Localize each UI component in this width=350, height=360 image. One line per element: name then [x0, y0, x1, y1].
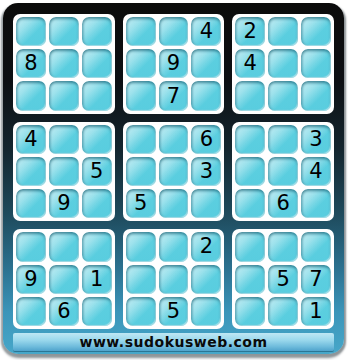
sudoku-cell[interactable]: [126, 17, 156, 46]
sudoku-cell[interactable]: [126, 232, 156, 261]
sudoku-cell[interactable]: [82, 232, 112, 261]
sudoku-cell[interactable]: [126, 297, 156, 326]
sudoku-cell[interactable]: 4: [16, 125, 46, 154]
sudoku-board: 84972445963534691625571 www.sudokusweb.c…: [3, 3, 344, 354]
sudoku-cell[interactable]: [191, 265, 221, 294]
sudoku-cell[interactable]: [16, 297, 46, 326]
sudoku-cell[interactable]: 5: [126, 189, 156, 218]
sudoku-cell[interactable]: 6: [191, 125, 221, 154]
sudoku-cell[interactable]: 6: [268, 189, 298, 218]
sudoku-cell[interactable]: [191, 81, 221, 110]
sudoku-box: 346: [232, 122, 334, 222]
sudoku-cell[interactable]: [16, 81, 46, 110]
sudoku-cell[interactable]: 3: [191, 157, 221, 186]
sudoku-cell[interactable]: [126, 81, 156, 110]
sudoku-cell[interactable]: [191, 49, 221, 78]
sudoku-cell[interactable]: 1: [301, 297, 331, 326]
sudoku-cell[interactable]: 5: [268, 265, 298, 294]
sudoku-cell[interactable]: [268, 49, 298, 78]
sudoku-cell[interactable]: [49, 49, 79, 78]
sudoku-cell[interactable]: [159, 157, 189, 186]
sudoku-cell[interactable]: [301, 49, 331, 78]
sudoku-cell[interactable]: [159, 125, 189, 154]
sudoku-cell[interactable]: [191, 189, 221, 218]
sudoku-cell[interactable]: [235, 81, 265, 110]
sudoku-cell[interactable]: [235, 232, 265, 261]
sudoku-cell[interactable]: 2: [191, 232, 221, 261]
sudoku-cell[interactable]: [49, 232, 79, 261]
sudoku-cell[interactable]: [301, 189, 331, 218]
sudoku-cell[interactable]: [235, 297, 265, 326]
sudoku-cell[interactable]: [159, 17, 189, 46]
sudoku-box: 459: [13, 122, 115, 222]
sudoku-cell[interactable]: 9: [159, 49, 189, 78]
sudoku-cell[interactable]: [49, 125, 79, 154]
sudoku-cell[interactable]: [191, 297, 221, 326]
sudoku-cell[interactable]: [268, 297, 298, 326]
sudoku-cell[interactable]: [82, 297, 112, 326]
sudoku-cell[interactable]: [159, 189, 189, 218]
sudoku-cell[interactable]: 7: [301, 265, 331, 294]
sudoku-box: 916: [13, 229, 115, 329]
sudoku-cell[interactable]: [268, 81, 298, 110]
sudoku-box: 571: [232, 229, 334, 329]
sudoku-cell[interactable]: [268, 157, 298, 186]
sudoku-cell[interactable]: 4: [235, 49, 265, 78]
sudoku-box: 25: [123, 229, 225, 329]
sudoku-cell[interactable]: [49, 265, 79, 294]
page: 84972445963534691625571 www.sudokusweb.c…: [0, 0, 350, 360]
sudoku-cell[interactable]: [82, 189, 112, 218]
sudoku-cell[interactable]: [82, 49, 112, 78]
sudoku-cell[interactable]: 3: [301, 125, 331, 154]
sudoku-cell[interactable]: 5: [82, 157, 112, 186]
sudoku-cell[interactable]: 5: [159, 297, 189, 326]
sudoku-cell[interactable]: [126, 125, 156, 154]
sudoku-cell[interactable]: [268, 232, 298, 261]
sudoku-cell[interactable]: 4: [301, 157, 331, 186]
footer-band: www.sudokusweb.com: [13, 333, 334, 351]
sudoku-cell[interactable]: [268, 17, 298, 46]
sudoku-cell[interactable]: [301, 232, 331, 261]
sudoku-cell[interactable]: 6: [49, 297, 79, 326]
sudoku-box-grid: 84972445963534691625571: [13, 14, 334, 329]
sudoku-cell[interactable]: [159, 232, 189, 261]
sudoku-cell[interactable]: [49, 81, 79, 110]
sudoku-cell[interactable]: [126, 49, 156, 78]
sudoku-cell[interactable]: [235, 265, 265, 294]
sudoku-box: 24: [232, 14, 334, 114]
sudoku-cell[interactable]: 1: [82, 265, 112, 294]
sudoku-cell[interactable]: [49, 17, 79, 46]
sudoku-cell[interactable]: [301, 17, 331, 46]
sudoku-cell[interactable]: [16, 232, 46, 261]
sudoku-cell[interactable]: [235, 189, 265, 218]
sudoku-cell[interactable]: [16, 17, 46, 46]
sudoku-cell[interactable]: [82, 81, 112, 110]
sudoku-cell[interactable]: 2: [235, 17, 265, 46]
sudoku-cell[interactable]: 9: [49, 189, 79, 218]
sudoku-cell[interactable]: [301, 81, 331, 110]
sudoku-cell[interactable]: 9: [16, 265, 46, 294]
sudoku-cell[interactable]: [16, 157, 46, 186]
sudoku-cell[interactable]: 8: [16, 49, 46, 78]
sudoku-cell[interactable]: [268, 125, 298, 154]
sudoku-cell[interactable]: [82, 17, 112, 46]
sudoku-cell[interactable]: [235, 125, 265, 154]
sudoku-cell[interactable]: [16, 189, 46, 218]
sudoku-box: 497: [123, 14, 225, 114]
sudoku-cell[interactable]: [49, 157, 79, 186]
sudoku-cell[interactable]: 4: [191, 17, 221, 46]
sudoku-cell[interactable]: [126, 157, 156, 186]
sudoku-box: 8: [13, 14, 115, 114]
sudoku-cell[interactable]: [126, 265, 156, 294]
site-url: www.sudokusweb.com: [79, 334, 267, 350]
sudoku-cell[interactable]: [159, 265, 189, 294]
sudoku-cell[interactable]: [235, 157, 265, 186]
sudoku-box: 635: [123, 122, 225, 222]
sudoku-cell[interactable]: [82, 125, 112, 154]
sudoku-cell[interactable]: 7: [159, 81, 189, 110]
